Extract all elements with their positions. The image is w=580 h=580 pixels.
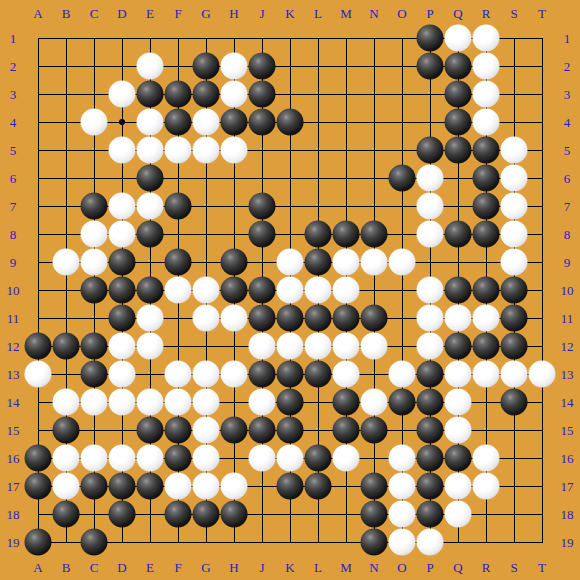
white-stone-S9 [501,249,528,276]
black-stone-E10 [137,277,164,304]
black-stone-Q12 [445,333,472,360]
coordinate-label-left: 2 [10,60,17,73]
white-stone-H3 [221,81,248,108]
black-stone-N15 [361,417,388,444]
white-stone-B17 [53,473,80,500]
go-app: AABBCCDDEEFFGGHHJJKKLLMMNNOOPPQQRRSSTT11… [0,0,580,580]
black-stone-H18 [221,501,248,528]
white-stone-S5 [501,137,528,164]
coordinate-label-left: 18 [7,508,20,521]
black-stone-A17 [25,473,52,500]
grid-line-horizontal [38,542,543,543]
coordinate-label-right: 6 [564,172,571,185]
black-stone-R8 [473,221,500,248]
coordinate-label-bottom: N [369,561,378,574]
white-stone-S13 [501,361,528,388]
coordinate-label-bottom: J [259,561,264,574]
white-stone-G15 [193,417,220,444]
coordinate-label-bottom: C [90,561,99,574]
white-stone-B9 [53,249,80,276]
coordinate-label-top: C [90,7,99,20]
coordinate-label-right: 2 [564,60,571,73]
white-stone-M16 [333,445,360,472]
black-stone-N11 [361,305,388,332]
black-stone-Q10 [445,277,472,304]
black-stone-P16 [417,445,444,472]
coordinate-label-left: 10 [7,284,20,297]
white-stone-H11 [221,305,248,332]
black-stone-J8 [249,221,276,248]
coordinate-label-right: 18 [561,508,574,521]
coordinate-label-bottom: H [229,561,238,574]
black-stone-L9 [305,249,332,276]
coordinate-label-bottom: Q [453,561,462,574]
white-stone-B14 [53,389,80,416]
coordinate-label-left: 16 [7,452,20,465]
black-stone-R12 [473,333,500,360]
black-stone-F15 [165,417,192,444]
coordinate-label-right: 16 [561,452,574,465]
white-stone-K12 [277,333,304,360]
black-stone-F9 [165,249,192,276]
black-stone-M11 [333,305,360,332]
coordinate-label-left: 13 [7,368,20,381]
black-stone-P1 [417,25,444,52]
coordinate-label-left: 7 [10,200,17,213]
black-stone-P5 [417,137,444,164]
white-stone-H2 [221,53,248,80]
coordinate-label-top: G [201,7,210,20]
white-stone-D5 [109,137,136,164]
black-stone-E15 [137,417,164,444]
black-stone-M14 [333,389,360,416]
coordinate-label-top: T [538,7,546,20]
black-stone-P15 [417,417,444,444]
black-stone-L16 [305,445,332,472]
white-stone-P7 [417,193,444,220]
black-stone-R10 [473,277,500,304]
coordinate-label-left: 17 [7,480,20,493]
black-stone-O14 [389,389,416,416]
black-stone-P14 [417,389,444,416]
coordinate-label-bottom: F [174,561,181,574]
black-stone-B15 [53,417,80,444]
coordinate-label-right: 14 [561,396,574,409]
coordinate-label-bottom: T [538,561,546,574]
black-stone-H15 [221,417,248,444]
white-stone-N14 [361,389,388,416]
black-stone-S10 [501,277,528,304]
coordinate-label-right: 15 [561,424,574,437]
white-stone-S7 [501,193,528,220]
white-stone-E11 [137,305,164,332]
coordinate-label-bottom: K [285,561,294,574]
white-stone-K9 [277,249,304,276]
black-stone-L11 [305,305,332,332]
coordinate-label-top: R [482,7,491,20]
white-stone-A13 [25,361,52,388]
white-stone-Q14 [445,389,472,416]
white-stone-G10 [193,277,220,304]
black-stone-K11 [277,305,304,332]
coordinate-label-right: 17 [561,480,574,493]
coordinate-label-left: 12 [7,340,20,353]
coordinate-label-top: M [340,7,352,20]
coordinate-label-left: 8 [10,228,17,241]
coordinate-label-left: 5 [10,144,17,157]
white-stone-G5 [193,137,220,164]
black-stone-A19 [25,529,52,556]
white-stone-K10 [277,277,304,304]
white-stone-Q11 [445,305,472,332]
black-stone-C7 [81,193,108,220]
coordinate-label-top: E [146,7,154,20]
coordinate-label-right: 13 [561,368,574,381]
black-stone-J7 [249,193,276,220]
white-stone-C8 [81,221,108,248]
black-stone-D11 [109,305,136,332]
black-stone-J10 [249,277,276,304]
white-stone-H17 [221,473,248,500]
black-stone-J3 [249,81,276,108]
coordinate-label-bottom: L [314,561,322,574]
coordinate-label-bottom: G [201,561,210,574]
white-stone-B16 [53,445,80,472]
coordinate-label-left: 1 [10,32,17,45]
black-stone-C10 [81,277,108,304]
white-stone-F17 [165,473,192,500]
white-stone-E5 [137,137,164,164]
white-stone-E7 [137,193,164,220]
white-stone-Q18 [445,501,472,528]
coordinate-label-top: J [259,7,264,20]
black-stone-B18 [53,501,80,528]
white-stone-C9 [81,249,108,276]
coordinate-label-bottom: B [62,561,71,574]
coordinate-label-top: S [510,7,517,20]
white-stone-N12 [361,333,388,360]
coordinate-label-left: 3 [10,88,17,101]
white-stone-R17 [473,473,500,500]
coordinate-label-top: B [62,7,71,20]
white-stone-S6 [501,165,528,192]
white-stone-P6 [417,165,444,192]
black-stone-Q2 [445,53,472,80]
coordinate-label-left: 14 [7,396,20,409]
white-stone-G13 [193,361,220,388]
black-stone-C12 [81,333,108,360]
black-stone-K4 [277,109,304,136]
black-stone-H4 [221,109,248,136]
white-stone-T13 [529,361,556,388]
black-stone-L17 [305,473,332,500]
white-stone-E2 [137,53,164,80]
white-stone-Q15 [445,417,472,444]
white-stone-M13 [333,361,360,388]
black-stone-E17 [137,473,164,500]
coordinate-label-left: 19 [7,536,20,549]
coordinate-label-right: 11 [561,312,574,325]
coordinate-label-bottom: D [117,561,126,574]
black-stone-K13 [277,361,304,388]
white-stone-P10 [417,277,444,304]
white-stone-E16 [137,445,164,472]
black-stone-P18 [417,501,444,528]
black-stone-K17 [277,473,304,500]
black-stone-C13 [81,361,108,388]
black-stone-F3 [165,81,192,108]
coordinate-label-top: Q [453,7,462,20]
white-stone-D13 [109,361,136,388]
black-stone-N8 [361,221,388,248]
coordinate-label-top: P [426,7,433,20]
black-stone-N18 [361,501,388,528]
coordinate-label-bottom: M [340,561,352,574]
black-stone-E6 [137,165,164,192]
white-stone-D3 [109,81,136,108]
coordinate-label-top: H [229,7,238,20]
black-stone-K15 [277,417,304,444]
white-stone-P19 [417,529,444,556]
grid-line-vertical [542,38,543,543]
white-stone-Q13 [445,361,472,388]
black-stone-F4 [165,109,192,136]
white-stone-O18 [389,501,416,528]
black-stone-S11 [501,305,528,332]
white-stone-J12 [249,333,276,360]
white-stone-E14 [137,389,164,416]
coordinate-label-right: 8 [564,228,571,241]
white-stone-O16 [389,445,416,472]
white-stone-G4 [193,109,220,136]
coordinate-label-bottom: A [33,561,42,574]
white-stone-C14 [81,389,108,416]
black-stone-F16 [165,445,192,472]
white-stone-F13 [165,361,192,388]
white-stone-J16 [249,445,276,472]
black-stone-E8 [137,221,164,248]
coordinate-label-right: 7 [564,200,571,213]
coordinate-label-top: F [174,7,181,20]
white-stone-E12 [137,333,164,360]
coordinate-label-top: O [397,7,406,20]
white-stone-P8 [417,221,444,248]
black-stone-D9 [109,249,136,276]
black-stone-H9 [221,249,248,276]
black-stone-R5 [473,137,500,164]
white-stone-H13 [221,361,248,388]
coordinate-label-left: 9 [10,256,17,269]
coordinate-label-left: 15 [7,424,20,437]
white-stone-P12 [417,333,444,360]
coordinate-label-left: 6 [10,172,17,185]
black-stone-K14 [277,389,304,416]
black-stone-R6 [473,165,500,192]
coordinate-label-bottom: O [397,561,406,574]
coordinate-label-top: A [33,7,42,20]
coordinate-label-bottom: R [482,561,491,574]
black-stone-Q16 [445,445,472,472]
black-stone-J11 [249,305,276,332]
coordinate-label-top: D [117,7,126,20]
coordinate-label-bottom: P [426,561,433,574]
white-stone-D14 [109,389,136,416]
white-stone-D16 [109,445,136,472]
white-stone-M12 [333,333,360,360]
black-stone-L13 [305,361,332,388]
coordinate-label-left: 4 [10,116,17,129]
coordinate-label-top: K [285,7,294,20]
black-stone-J4 [249,109,276,136]
white-stone-C4 [81,109,108,136]
hoshi-point [119,119,125,125]
black-stone-D10 [109,277,136,304]
coordinate-label-bottom: E [146,561,154,574]
white-stone-C16 [81,445,108,472]
white-stone-R3 [473,81,500,108]
black-stone-J2 [249,53,276,80]
black-stone-M8 [333,221,360,248]
white-stone-G17 [193,473,220,500]
white-stone-D12 [109,333,136,360]
coordinate-label-right: 3 [564,88,571,101]
white-stone-O13 [389,361,416,388]
white-stone-F5 [165,137,192,164]
white-stone-R2 [473,53,500,80]
white-stone-K16 [277,445,304,472]
white-stone-L12 [305,333,332,360]
black-stone-J15 [249,417,276,444]
white-stone-R16 [473,445,500,472]
black-stone-B12 [53,333,80,360]
black-stone-G2 [193,53,220,80]
coordinate-label-right: 5 [564,144,571,157]
white-stone-J14 [249,389,276,416]
black-stone-A12 [25,333,52,360]
black-stone-L8 [305,221,332,248]
black-stone-S14 [501,389,528,416]
black-stone-M15 [333,417,360,444]
white-stone-S8 [501,221,528,248]
white-stone-F14 [165,389,192,416]
coordinate-label-top: N [369,7,378,20]
black-stone-P13 [417,361,444,388]
white-stone-G11 [193,305,220,332]
coordinate-label-bottom: S [510,561,517,574]
black-stone-P17 [417,473,444,500]
black-stone-D18 [109,501,136,528]
black-stone-J13 [249,361,276,388]
black-stone-N17 [361,473,388,500]
white-stone-M9 [333,249,360,276]
white-stone-H5 [221,137,248,164]
black-stone-G3 [193,81,220,108]
white-stone-R4 [473,109,500,136]
white-stone-R13 [473,361,500,388]
black-stone-F18 [165,501,192,528]
black-stone-R7 [473,193,500,220]
white-stone-D7 [109,193,136,220]
black-stone-Q3 [445,81,472,108]
black-stone-C19 [81,529,108,556]
coordinate-label-right: 10 [561,284,574,297]
white-stone-F10 [165,277,192,304]
white-stone-O19 [389,529,416,556]
white-stone-P11 [417,305,444,332]
black-stone-Q4 [445,109,472,136]
black-stone-O6 [389,165,416,192]
black-stone-D17 [109,473,136,500]
black-stone-N19 [361,529,388,556]
coordinate-label-right: 12 [561,340,574,353]
black-stone-E3 [137,81,164,108]
white-stone-R11 [473,305,500,332]
coordinate-label-top: L [314,7,322,20]
black-stone-G18 [193,501,220,528]
grid-line-vertical [374,38,375,543]
black-stone-Q8 [445,221,472,248]
coordinate-label-right: 4 [564,116,571,129]
black-stone-H10 [221,277,248,304]
coordinate-label-right: 19 [561,536,574,549]
black-stone-Q5 [445,137,472,164]
white-stone-R1 [473,25,500,52]
white-stone-G16 [193,445,220,472]
white-stone-M10 [333,277,360,304]
white-stone-N9 [361,249,388,276]
white-stone-L10 [305,277,332,304]
white-stone-D8 [109,221,136,248]
black-stone-P2 [417,53,444,80]
coordinate-label-left: 11 [7,312,20,325]
coordinate-label-right: 9 [564,256,571,269]
white-stone-O9 [389,249,416,276]
white-stone-Q17 [445,473,472,500]
black-stone-C17 [81,473,108,500]
black-stone-F7 [165,193,192,220]
black-stone-S12 [501,333,528,360]
white-stone-O17 [389,473,416,500]
black-stone-A16 [25,445,52,472]
white-stone-E4 [137,109,164,136]
white-stone-G14 [193,389,220,416]
coordinate-label-right: 1 [564,32,571,45]
white-stone-Q1 [445,25,472,52]
